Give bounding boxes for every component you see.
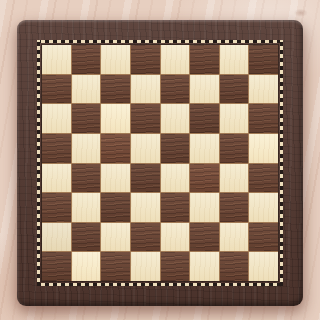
square-d8[interactable]: [131, 45, 160, 74]
square-e8[interactable]: [161, 45, 190, 74]
square-e5[interactable]: [161, 134, 190, 163]
square-g4[interactable]: [220, 164, 249, 193]
square-d3[interactable]: [131, 193, 160, 222]
square-f1[interactable]: [190, 252, 219, 281]
square-b2[interactable]: [72, 223, 101, 252]
square-f2[interactable]: [190, 223, 219, 252]
square-a8[interactable]: [42, 45, 71, 74]
square-b1[interactable]: [72, 252, 101, 281]
square-h3[interactable]: [249, 193, 278, 222]
square-e7[interactable]: [161, 75, 190, 104]
square-f3[interactable]: [190, 193, 219, 222]
square-e1[interactable]: [161, 252, 190, 281]
square-f6[interactable]: [190, 104, 219, 133]
square-h1[interactable]: [249, 252, 278, 281]
square-h8[interactable]: [249, 45, 278, 74]
square-b8[interactable]: [72, 45, 101, 74]
table-surface: [0, 0, 320, 320]
square-f5[interactable]: [190, 134, 219, 163]
square-h5[interactable]: [249, 134, 278, 163]
square-d6[interactable]: [131, 104, 160, 133]
square-c5[interactable]: [101, 134, 130, 163]
square-e3[interactable]: [161, 193, 190, 222]
square-f8[interactable]: [190, 45, 219, 74]
square-b3[interactable]: [72, 193, 101, 222]
square-g6[interactable]: [220, 104, 249, 133]
inlay-border-left: [37, 40, 40, 286]
square-c4[interactable]: [101, 164, 130, 193]
square-h7[interactable]: [249, 75, 278, 104]
square-c3[interactable]: [101, 193, 130, 222]
square-c7[interactable]: [101, 75, 130, 104]
square-b6[interactable]: [72, 104, 101, 133]
square-c2[interactable]: [101, 223, 130, 252]
square-g8[interactable]: [220, 45, 249, 74]
inlay-border-right: [280, 40, 283, 286]
square-c1[interactable]: [101, 252, 130, 281]
square-a2[interactable]: [42, 223, 71, 252]
square-e2[interactable]: [161, 223, 190, 252]
square-g5[interactable]: [220, 134, 249, 163]
square-g3[interactable]: [220, 193, 249, 222]
inlay-border-top: [37, 40, 283, 43]
square-b5[interactable]: [72, 134, 101, 163]
square-g2[interactable]: [220, 223, 249, 252]
square-g1[interactable]: [220, 252, 249, 281]
square-h2[interactable]: [249, 223, 278, 252]
square-h4[interactable]: [249, 164, 278, 193]
square-a7[interactable]: [42, 75, 71, 104]
square-a4[interactable]: [42, 164, 71, 193]
square-e4[interactable]: [161, 164, 190, 193]
square-a6[interactable]: [42, 104, 71, 133]
square-a3[interactable]: [42, 193, 71, 222]
square-g7[interactable]: [220, 75, 249, 104]
chessboard: [17, 20, 303, 306]
square-a5[interactable]: [42, 134, 71, 163]
square-d4[interactable]: [131, 164, 160, 193]
square-a1[interactable]: [42, 252, 71, 281]
inlay-border-bottom: [37, 283, 283, 286]
square-d7[interactable]: [131, 75, 160, 104]
square-c6[interactable]: [101, 104, 130, 133]
square-d5[interactable]: [131, 134, 160, 163]
square-h6[interactable]: [249, 104, 278, 133]
square-f7[interactable]: [190, 75, 219, 104]
square-b7[interactable]: [72, 75, 101, 104]
board-grid: [42, 45, 278, 281]
square-f4[interactable]: [190, 164, 219, 193]
square-b4[interactable]: [72, 164, 101, 193]
square-d2[interactable]: [131, 223, 160, 252]
square-c8[interactable]: [101, 45, 130, 74]
square-e6[interactable]: [161, 104, 190, 133]
square-d1[interactable]: [131, 252, 160, 281]
